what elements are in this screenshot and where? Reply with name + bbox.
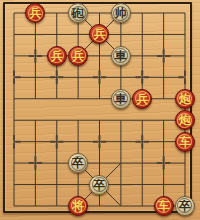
- board-cell: 车: [174, 131, 195, 152]
- piece-tan-chariot[interactable]: 車: [111, 89, 131, 109]
- board-cell: 卒: [89, 174, 110, 195]
- piece-tan-cannon[interactable]: 砲: [68, 3, 88, 23]
- pieces-layer: 兵砲帅兵兵兵車車兵炮炮车卒卒将车卒: [3, 2, 195, 216]
- piece-red-soldier[interactable]: 兵: [25, 3, 45, 23]
- piece-tan-soldier[interactable]: 卒: [89, 175, 109, 195]
- board-cell: 砲: [67, 2, 88, 23]
- piece-tan-soldier[interactable]: 卒: [175, 196, 195, 216]
- piece-tan-chariot[interactable]: 車: [111, 46, 131, 66]
- board-cell: 兵: [46, 45, 67, 66]
- board-cell: 兵: [132, 88, 153, 109]
- piece-red-cannon[interactable]: 炮: [175, 89, 195, 109]
- piece-tan-soldier[interactable]: 卒: [68, 153, 88, 173]
- board-cell: 炮: [174, 88, 195, 109]
- board-cell: 车: [153, 195, 174, 216]
- board-cell: 帅: [110, 2, 131, 23]
- board-cell: 兵: [67, 45, 88, 66]
- xiangqi-board: 兵砲帅兵兵兵車車兵炮炮车卒卒将车卒: [0, 0, 200, 220]
- piece-red-cannon[interactable]: 炮: [175, 110, 195, 130]
- piece-red-soldier[interactable]: 兵: [132, 89, 152, 109]
- piece-tan-general[interactable]: 帅: [111, 3, 131, 23]
- board-cell: 卒: [67, 152, 88, 173]
- piece-red-soldier[interactable]: 兵: [68, 46, 88, 66]
- board-cell: 車: [110, 45, 131, 66]
- piece-red-soldier[interactable]: 兵: [89, 24, 109, 44]
- board-cell: 炮: [174, 109, 195, 130]
- piece-red-general[interactable]: 将: [68, 196, 88, 216]
- board-cell: 兵: [25, 2, 46, 23]
- piece-red-chariot[interactable]: 车: [154, 196, 174, 216]
- board-cell: 将: [67, 195, 88, 216]
- piece-red-chariot[interactable]: 车: [175, 132, 195, 152]
- board-cell: 車: [110, 88, 131, 109]
- board-cell: 卒: [174, 195, 195, 216]
- piece-red-soldier[interactable]: 兵: [47, 46, 67, 66]
- board-cell: 兵: [89, 24, 110, 45]
